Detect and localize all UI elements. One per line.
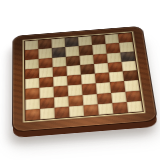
photo-background: [0, 0, 160, 160]
square-e1: [83, 104, 98, 116]
square-h1: [127, 101, 143, 113]
square-d1: [69, 105, 84, 117]
square-f1: [98, 103, 114, 115]
board-photo: [8, 3, 154, 149]
square-g1: [112, 102, 128, 114]
square-a1: [25, 109, 40, 121]
board-grid: [25, 33, 143, 121]
square-b1: [40, 108, 55, 120]
chessboard-frame: [13, 26, 157, 131]
square-c1: [54, 106, 69, 118]
